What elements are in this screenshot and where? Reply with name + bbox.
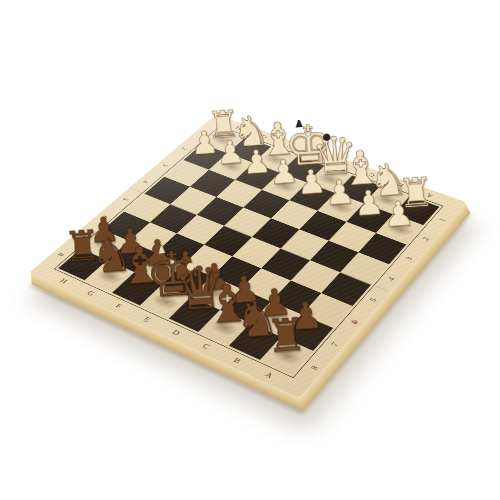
square-b3[interactable] <box>329 222 377 253</box>
piece-bR-a8[interactable]: ♜ <box>265 313 306 359</box>
photo-background: ♜♞♝♚♛♝♞♜♟♟♟♟♟♟♟♟♟♟♟♟♟♟♟♟♜♞♝♚♛♝♞♜ HGFEDCB… <box>0 0 500 500</box>
hinge-pin <box>353 320 359 324</box>
playing-field: ♜♞♝♚♛♝♞♜♟♟♟♟♟♟♟♟♟♟♟♟♟♟♟♟♜♞♝♚♛♝♞♜ <box>58 128 439 374</box>
piece-wP-a2[interactable]: ♟ <box>380 197 417 232</box>
clasp-pin <box>143 319 149 323</box>
square-a2[interactable]: ♟ <box>376 214 423 244</box>
chess-board: ♜♞♝♚♛♝♞♜♟♟♟♟♟♟♟♟♟♟♟♟♟♟♟♟♜♞♝♚♛♝♞♜ HGFEDCB… <box>29 114 467 398</box>
square-a8[interactable]: ♜ <box>260 337 313 375</box>
